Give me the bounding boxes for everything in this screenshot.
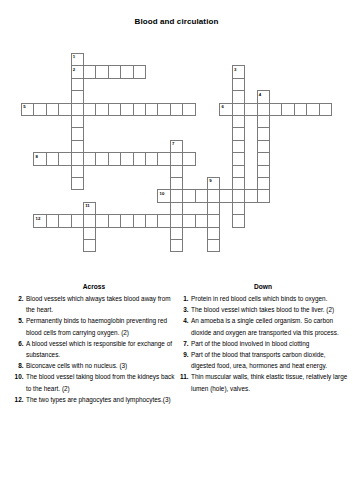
grid-cell[interactable] bbox=[257, 152, 270, 165]
clue-number: 9. bbox=[178, 349, 191, 371]
across-heading: Across bbox=[13, 283, 175, 291]
clue-text: The two types are phagocytes and lymphoc… bbox=[26, 394, 175, 405]
grid-cell[interactable] bbox=[157, 214, 170, 227]
clue-text: Biconcave cells with no nucleus. (3) bbox=[26, 360, 175, 371]
down-clues-column: Down 1.Protein in red blood cells which … bbox=[178, 283, 348, 405]
cell-number: 4 bbox=[259, 92, 261, 97]
clue-item: 8.Biconcave cells with no nucleus. (3) bbox=[13, 360, 175, 371]
clue-text: A blood vessel which is responsible for … bbox=[26, 338, 175, 360]
cell-number: 7 bbox=[172, 141, 174, 146]
grid-cell[interactable]: 8 bbox=[33, 152, 46, 165]
grid-cell[interactable] bbox=[71, 140, 84, 153]
clue-item: 6.A blood vessel which is responsible fo… bbox=[13, 338, 175, 360]
grid-cell[interactable]: 10 bbox=[157, 189, 170, 202]
grid-cell[interactable] bbox=[133, 103, 146, 116]
cell-number: 8 bbox=[36, 154, 38, 159]
clue-item: 11.Thin muscular walls, think elastic ti… bbox=[178, 371, 348, 393]
clue-item: 4.An amoeba is a single celled organism.… bbox=[178, 315, 348, 337]
grid-cell[interactable] bbox=[170, 239, 183, 252]
grid-cell[interactable] bbox=[71, 165, 84, 178]
grid-cell[interactable] bbox=[319, 103, 332, 116]
grid-cell[interactable] bbox=[232, 165, 245, 178]
grid-cell[interactable]: 5 bbox=[21, 103, 34, 116]
grid-cell[interactable] bbox=[207, 227, 220, 240]
grid-cell[interactable] bbox=[195, 189, 208, 202]
grid-cell[interactable] bbox=[182, 189, 195, 202]
worksheet-page: Blood and circulation 256810121347911 Ac… bbox=[0, 0, 353, 500]
grid-cell[interactable] bbox=[170, 202, 183, 215]
grid-cell[interactable] bbox=[58, 103, 71, 116]
grid-cell[interactable] bbox=[157, 152, 170, 165]
grid-cell[interactable] bbox=[195, 214, 208, 227]
grid-cell[interactable] bbox=[108, 65, 121, 78]
grid-cell[interactable] bbox=[244, 103, 257, 116]
clue-text: An amoeba is a single celled organism. S… bbox=[191, 315, 348, 337]
clue-number: 4. bbox=[178, 315, 191, 337]
grid-cell[interactable] bbox=[71, 127, 84, 140]
grid-cell[interactable] bbox=[219, 189, 232, 202]
clue-item: 7.Part of the blood involved in blood cl… bbox=[178, 338, 348, 349]
grid-cell[interactable] bbox=[83, 65, 96, 78]
grid-cell[interactable] bbox=[58, 214, 71, 227]
grid-cell[interactable]: 11 bbox=[83, 202, 96, 215]
grid-cell[interactable] bbox=[145, 103, 158, 116]
grid-cell[interactable] bbox=[232, 115, 245, 128]
clue-number: 5. bbox=[13, 315, 26, 337]
clue-item: 3.The blood vessel which takes blood to … bbox=[178, 304, 348, 315]
across-clues-column: Across 2.Blood vessels which always take… bbox=[13, 283, 175, 405]
grid-cell[interactable] bbox=[58, 152, 71, 165]
clue-item: 9.Part of the blood that transports carb… bbox=[178, 349, 348, 371]
grid-cell[interactable] bbox=[306, 103, 319, 116]
grid-cell[interactable] bbox=[170, 189, 183, 202]
clue-item: 2.Blood vessels which always takes blood… bbox=[13, 293, 175, 315]
grid-cell[interactable] bbox=[170, 152, 183, 165]
grid-cell[interactable] bbox=[257, 127, 270, 140]
down-clue-list: 1.Protein in red blood cells which binds… bbox=[178, 293, 348, 394]
grid-cell[interactable] bbox=[232, 103, 245, 116]
cell-number: 3 bbox=[234, 67, 236, 72]
grid-cell[interactable]: 7 bbox=[170, 140, 183, 153]
grid-cell[interactable] bbox=[108, 152, 121, 165]
grid-cell[interactable] bbox=[83, 152, 96, 165]
across-clue-list: 2.Blood vessels which always takes blood… bbox=[13, 293, 175, 405]
clue-item: 1.Protein in red blood cells which binds… bbox=[178, 293, 348, 304]
grid-cell[interactable]: 3 bbox=[232, 65, 245, 78]
cell-number: 12 bbox=[36, 216, 41, 221]
grid-cell[interactable] bbox=[170, 165, 183, 178]
grid-cell[interactable] bbox=[95, 103, 108, 116]
clue-item: 5.Permanently binds to haemoglobin preve… bbox=[13, 315, 175, 337]
grid-cell[interactable] bbox=[232, 214, 245, 227]
grid-cell[interactable] bbox=[71, 78, 84, 91]
clue-item: 10.The blood vessel taking blood from th… bbox=[13, 371, 175, 393]
puzzle-title: Blood and circulation bbox=[0, 17, 353, 26]
clue-text: Part of the blood involved in blood clot… bbox=[191, 338, 348, 349]
grid-cell[interactable] bbox=[244, 189, 257, 202]
grid-cell[interactable] bbox=[257, 103, 270, 116]
clue-number: 6. bbox=[13, 338, 26, 360]
grid-cell[interactable] bbox=[157, 103, 170, 116]
grid-cell[interactable] bbox=[182, 152, 195, 165]
grid-cell[interactable] bbox=[170, 103, 183, 116]
clue-number: 8. bbox=[13, 360, 26, 371]
grid-cell[interactable] bbox=[257, 177, 270, 190]
grid-cell[interactable] bbox=[71, 214, 84, 227]
grid-cell[interactable] bbox=[83, 239, 96, 252]
grid-cell[interactable] bbox=[83, 227, 96, 240]
grid-cell[interactable] bbox=[133, 65, 146, 78]
grid-cell[interactable] bbox=[95, 152, 108, 165]
cell-number: 1 bbox=[73, 54, 75, 59]
grid-cell[interactable] bbox=[232, 90, 245, 103]
grid-cell[interactable] bbox=[120, 103, 133, 116]
grid-cell[interactable] bbox=[232, 140, 245, 153]
grid-cell[interactable]: 12 bbox=[33, 214, 46, 227]
grid-cell[interactable] bbox=[257, 140, 270, 153]
grid-cell[interactable]: 9 bbox=[207, 177, 220, 190]
clue-text: Part of the blood that transports carbon… bbox=[191, 349, 348, 371]
cell-number: 10 bbox=[160, 191, 165, 196]
clue-number: 10. bbox=[13, 371, 26, 393]
grid-cell[interactable]: 1 bbox=[71, 53, 84, 66]
grid-cell[interactable]: 6 bbox=[219, 103, 232, 116]
grid-cell[interactable] bbox=[83, 103, 96, 116]
grid-cell[interactable]: 2 bbox=[71, 65, 84, 78]
grid-cell[interactable] bbox=[46, 103, 59, 116]
grid-cell[interactable] bbox=[71, 115, 84, 128]
grid-cell[interactable] bbox=[182, 214, 195, 227]
grid-cell[interactable] bbox=[145, 152, 158, 165]
grid-cell[interactable] bbox=[232, 152, 245, 165]
grid-cell[interactable] bbox=[133, 152, 146, 165]
grid-cell[interactable] bbox=[46, 152, 59, 165]
grid-cell[interactable] bbox=[33, 103, 46, 116]
grid-cell[interactable] bbox=[232, 202, 245, 215]
grid-cell[interactable] bbox=[232, 177, 245, 190]
grid-cell[interactable] bbox=[120, 152, 133, 165]
grid-cell[interactable] bbox=[95, 214, 108, 227]
clue-number: 11. bbox=[178, 371, 191, 393]
clue-text: Blood vessels which always takes blood a… bbox=[26, 293, 175, 315]
grid-cell[interactable] bbox=[207, 202, 220, 215]
clue-text: Protein in red blood cells which binds t… bbox=[191, 293, 348, 304]
grid-cell[interactable] bbox=[170, 227, 183, 240]
grid-cell[interactable] bbox=[257, 115, 270, 128]
grid-cell[interactable] bbox=[170, 214, 183, 227]
grid-cell[interactable] bbox=[71, 90, 84, 103]
grid-cell[interactable] bbox=[207, 214, 220, 227]
clue-number: 7. bbox=[178, 338, 191, 349]
clue-number: 2. bbox=[13, 293, 26, 315]
grid-cell[interactable] bbox=[108, 214, 121, 227]
grid-cell[interactable] bbox=[232, 189, 245, 202]
cell-number: 11 bbox=[85, 203, 90, 208]
grid-cell[interactable] bbox=[133, 214, 146, 227]
grid-cell[interactable] bbox=[170, 177, 183, 190]
clue-number: 1. bbox=[178, 293, 191, 304]
grid-cell[interactable] bbox=[108, 103, 121, 116]
grid-cell[interactable]: 4 bbox=[257, 90, 270, 103]
clue-number: 3. bbox=[178, 304, 191, 315]
clue-text: The blood vessel which takes blood to th… bbox=[191, 304, 348, 315]
grid-cell[interactable] bbox=[71, 177, 84, 190]
grid-cell[interactable] bbox=[232, 127, 245, 140]
clue-text: Permanently binds to haemoglobin prevent… bbox=[26, 315, 175, 337]
grid-cell[interactable] bbox=[207, 239, 220, 252]
grid-cell[interactable] bbox=[71, 152, 84, 165]
grid-cell[interactable] bbox=[232, 78, 245, 91]
crossword-grid: 256810121347911 bbox=[21, 53, 332, 252]
grid-cell[interactable] bbox=[145, 214, 158, 227]
grid-cell[interactable] bbox=[120, 65, 133, 78]
grid-cell[interactable] bbox=[182, 103, 195, 116]
grid-cell[interactable] bbox=[46, 214, 59, 227]
grid-cell[interactable] bbox=[257, 165, 270, 178]
cell-number: 5 bbox=[23, 104, 25, 109]
clue-number: 12. bbox=[13, 394, 26, 405]
grid-cell[interactable] bbox=[257, 189, 270, 202]
grid-cell[interactable] bbox=[120, 214, 133, 227]
grid-cell[interactable] bbox=[83, 214, 96, 227]
grid-cell[interactable] bbox=[71, 103, 84, 116]
down-heading: Down bbox=[178, 283, 348, 291]
grid-cell[interactable] bbox=[294, 103, 307, 116]
grid-cell[interactable] bbox=[269, 103, 282, 116]
grid-cell[interactable] bbox=[281, 103, 294, 116]
cell-number: 9 bbox=[209, 178, 211, 183]
grid-cell[interactable] bbox=[207, 189, 220, 202]
clue-item: 12.The two types are phagocytes and lymp… bbox=[13, 394, 175, 405]
grid-cell[interactable] bbox=[95, 65, 108, 78]
clue-text: Thin muscular walls, think elastic tissu… bbox=[191, 371, 348, 393]
clues-section: Across 2.Blood vessels which always take… bbox=[0, 283, 353, 405]
clue-text: The blood vessel taking blood from the k… bbox=[26, 371, 175, 393]
cell-number: 2 bbox=[73, 67, 75, 72]
cell-number: 6 bbox=[222, 104, 224, 109]
